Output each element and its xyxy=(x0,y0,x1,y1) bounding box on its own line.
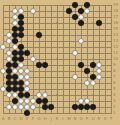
black-stone xyxy=(78,20,84,26)
hoshi-point xyxy=(92,58,94,60)
black-stone xyxy=(66,8,72,14)
grid-line xyxy=(63,5,64,114)
grid-line xyxy=(3,5,4,114)
grid-line xyxy=(111,5,112,114)
black-stone xyxy=(36,32,42,38)
white-stone xyxy=(0,44,6,50)
row-label: 13 xyxy=(113,39,120,43)
white-stone xyxy=(78,38,84,44)
white-stone xyxy=(72,50,78,56)
black-stone xyxy=(84,68,90,74)
white-stone xyxy=(30,104,36,110)
row-label: 9 xyxy=(113,63,120,67)
hoshi-point xyxy=(56,94,58,96)
hoshi-point xyxy=(92,94,94,96)
column-label: T xyxy=(108,117,114,121)
row-label: 16 xyxy=(113,21,120,25)
white-stone xyxy=(90,80,96,86)
row-label: 19 xyxy=(113,3,120,7)
row-label: 11 xyxy=(113,51,120,55)
row-label: 18 xyxy=(113,9,120,13)
row-label: 2 xyxy=(113,105,120,109)
black-stone xyxy=(78,62,84,68)
white-stone xyxy=(96,74,102,80)
grid-line xyxy=(105,5,106,114)
hoshi-point xyxy=(56,58,58,60)
grid-line xyxy=(75,5,76,114)
row-label: 5 xyxy=(113,87,120,91)
white-stone xyxy=(72,74,78,80)
row-label: 15 xyxy=(113,27,120,31)
row-label: 10 xyxy=(113,57,120,61)
row-label: 17 xyxy=(113,15,120,19)
white-stone xyxy=(30,56,36,62)
row-label: 7 xyxy=(113,75,120,79)
white-stone xyxy=(30,8,36,14)
black-stone xyxy=(18,32,24,38)
black-stone xyxy=(42,62,48,68)
go-board[interactable]: ABCDEFGHJKLMNOPQRST191817161514131211109… xyxy=(0,0,120,125)
white-stone xyxy=(84,8,90,14)
grid-line xyxy=(69,5,70,114)
hoshi-point xyxy=(92,22,94,24)
row-label: 14 xyxy=(113,33,120,37)
row-label: 8 xyxy=(113,69,120,73)
row-label: 6 xyxy=(113,81,120,85)
black-stone xyxy=(72,2,78,8)
row-label: 3 xyxy=(113,99,120,103)
go-app: ABCDEFGHJKLMNOPQRST191817161514131211109… xyxy=(0,0,120,125)
hoshi-point xyxy=(56,22,58,24)
row-label: 12 xyxy=(113,45,120,49)
row-label: 4 xyxy=(113,93,120,97)
black-stone xyxy=(24,50,30,56)
black-stone xyxy=(96,20,102,26)
grid-line xyxy=(51,5,52,114)
row-label: 1 xyxy=(113,111,120,115)
black-stone xyxy=(48,104,54,110)
black-stone xyxy=(90,104,96,110)
